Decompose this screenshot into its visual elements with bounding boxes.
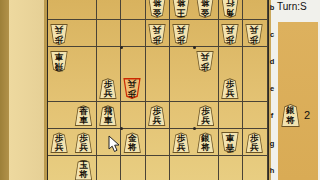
piece-kanji: 歩兵	[245, 132, 263, 153]
shogi-board[interactable]: 金将王将金将角行歩兵歩兵歩兵歩兵歩兵飛車歩兵歩兵歩兵歩兵香車飛車歩兵歩兵歩兵歩兵…	[47, 0, 269, 180]
mouse-cursor-icon	[108, 135, 122, 157]
piece-sente-rook-f3[interactable]: 飛車	[99, 105, 117, 126]
piece-kanji: 銀将	[281, 104, 300, 127]
piece-kanji: 角行	[221, 0, 239, 18]
piece-gote-gold-b7[interactable]: 金将	[196, 0, 214, 18]
piece-kanji: 銀将	[196, 132, 214, 153]
row-label-g: g	[268, 139, 277, 148]
piece-kanji: 歩兵	[50, 132, 68, 153]
piece-sente-pawn-g6[interactable]: 歩兵	[172, 132, 190, 153]
piece-kanji: 歩兵	[196, 105, 214, 126]
piece-kanji: 歩兵	[99, 78, 117, 99]
piece-kanji: 香車	[74, 105, 92, 126]
gote-hand-tray[interactable]	[9, 0, 44, 180]
piece-sente-gold-g4[interactable]: 金将	[123, 132, 141, 153]
piece-sente-pawn-f5[interactable]: 歩兵	[148, 105, 166, 126]
piece-kanji: 金将	[196, 0, 214, 18]
piece-sente-pawn-g2[interactable]: 歩兵	[74, 132, 92, 153]
piece-kanji: 金将	[148, 0, 166, 18]
piece-kanji: 歩兵	[221, 78, 239, 99]
piece-sente-pawn-e8[interactable]: 歩兵	[221, 78, 239, 99]
piece-kanji: 玉将	[74, 160, 92, 181]
piece-kanji: 金将	[123, 132, 141, 153]
star-point	[193, 46, 196, 49]
piece-kanji: 歩兵	[148, 105, 166, 126]
piece-gote-pawn-e4[interactable]: 歩兵	[123, 78, 141, 99]
piece-gote-rook-d1[interactable]: 飛車	[50, 51, 68, 72]
piece-sente-pawn-e3[interactable]: 歩兵	[99, 78, 117, 99]
piece-sente-king-h2[interactable]: 玉将	[74, 160, 92, 181]
piece-sente-silver-g7[interactable]: 銀将	[196, 132, 214, 153]
row-label-h: h	[268, 166, 277, 175]
sente-hand-tray[interactable]	[278, 22, 318, 180]
piece-gote-pawn-c9[interactable]: 歩兵	[245, 24, 263, 45]
piece-kanji: 王将	[172, 0, 190, 18]
piece-gote-gold-b5[interactable]: 金将	[148, 0, 166, 18]
piece-kanji: 歩兵	[172, 24, 190, 45]
piece-kanji: 歩兵	[172, 132, 190, 153]
piece-kanji: 歩兵	[148, 24, 166, 45]
row-label-b: b	[268, 3, 277, 12]
star-point	[120, 46, 123, 49]
piece-gote-pawn-c6[interactable]: 歩兵	[172, 24, 190, 45]
piece-gote-bishop-b8[interactable]: 角行	[221, 0, 239, 18]
row-label-c: c	[268, 30, 277, 39]
left-edge-strip	[0, 0, 9, 180]
piece-kanji: 飛車	[99, 105, 117, 126]
row-label-e: e	[268, 84, 277, 93]
piece-sente-pawn-g1[interactable]: 歩兵	[50, 132, 68, 153]
piece-kanji: 歩兵	[221, 24, 239, 45]
row-label-f: f	[268, 111, 277, 120]
piece-sente-lance-f2[interactable]: 香車	[74, 105, 92, 126]
piece-sente-pawn-f7[interactable]: 歩兵	[196, 105, 214, 126]
piece-kanji: 歩兵	[196, 51, 214, 72]
hand-piece-count: 2	[304, 109, 310, 121]
piece-kanji: 歩兵	[50, 24, 68, 45]
star-point	[120, 127, 123, 130]
piece-kanji: 歩兵	[74, 132, 92, 153]
piece-kanji: 歩兵	[245, 24, 263, 45]
piece-gote-pawn-d7[interactable]: 歩兵	[196, 51, 214, 72]
piece-kanji: 飛車	[50, 51, 68, 72]
piece-kanji: 香車	[221, 132, 239, 153]
piece-gote-lance-g8[interactable]: 香車	[221, 132, 239, 153]
piece-gote-pawn-c1[interactable]: 歩兵	[50, 24, 68, 45]
piece-gote-pawn-c8[interactable]: 歩兵	[221, 24, 239, 45]
piece-kanji: 歩兵	[123, 78, 141, 99]
turn-indicator: Turn:S	[277, 1, 307, 12]
star-point	[193, 127, 196, 130]
piece-sente-pawn-g9[interactable]: 歩兵	[245, 132, 263, 153]
row-label-d: d	[268, 57, 277, 66]
shogi-app-screen: Turn:S 2 金将王将金将角行歩兵歩兵歩兵歩兵歩兵飛車歩兵歩兵歩兵歩兵香車飛…	[0, 0, 320, 180]
piece-gote-pawn-c5[interactable]: 歩兵	[148, 24, 166, 45]
piece-sente-hand-silver[interactable]: 銀将	[281, 104, 300, 127]
piece-gote-king-b6[interactable]: 王将	[172, 0, 190, 18]
